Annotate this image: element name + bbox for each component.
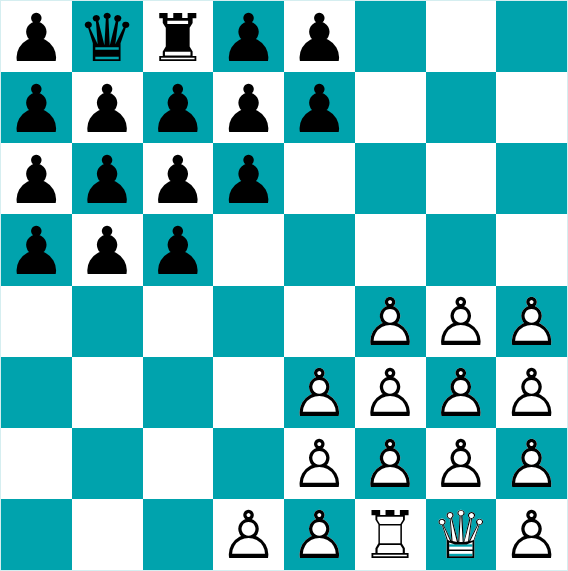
white-rook-icon: ♖: [355, 501, 426, 570]
square-e1[interactable]: ♟♙: [284, 499, 355, 570]
piece-black-pawn: ♟: [1, 214, 72, 285]
white-pawn-icon: ♙: [213, 501, 284, 570]
piece-white-pawn: ♟♙: [496, 428, 567, 499]
black-pawn-icon: ♟: [72, 145, 143, 214]
black-pawn-icon: ♟: [72, 216, 143, 285]
black-pawn-icon: ♟: [284, 3, 355, 72]
white-pawn-icon: ♙: [284, 501, 355, 570]
piece-black-pawn: ♟: [1, 1, 72, 72]
square-h6[interactable]: [496, 143, 567, 214]
white-pawn-icon: ♙: [496, 501, 567, 570]
piece-black-pawn: ♟: [72, 72, 143, 143]
square-f8[interactable]: [355, 1, 426, 72]
square-b6[interactable]: ♟: [72, 143, 143, 214]
black-pawn-icon: ♟: [1, 216, 72, 285]
square-c1[interactable]: [143, 499, 214, 570]
piece-white-pawn: ♟♙: [426, 357, 497, 428]
piece-black-queen: ♛: [72, 1, 143, 72]
piece-white-pawn: ♟♙: [496, 286, 567, 357]
piece-white-pawn: ♟♙: [284, 428, 355, 499]
square-g5[interactable]: [426, 214, 497, 285]
black-pawn-icon: ♟: [143, 216, 214, 285]
square-d4[interactable]: [213, 286, 284, 357]
white-pawn-icon: ♙: [284, 430, 355, 499]
white-pawn-icon: ♙: [355, 288, 426, 357]
chess-board-frame: ♟♛♜♟♟♟♟♟♟♟♟♟♟♟♟♟♟♟♙♟♙♟♙♟♙♟♙♟♙♟♙♟♙♟♙♟♙♟♙♟…: [0, 0, 568, 571]
white-pawn-icon: ♙: [496, 288, 567, 357]
square-d1[interactable]: ♟♙: [213, 499, 284, 570]
piece-white-queen: ♛♕: [426, 499, 497, 570]
square-c2[interactable]: [143, 428, 214, 499]
square-b2[interactable]: [72, 428, 143, 499]
square-g8[interactable]: [426, 1, 497, 72]
square-e2[interactable]: ♟♙: [284, 428, 355, 499]
piece-black-rook: ♜: [143, 1, 214, 72]
square-f2[interactable]: ♟♙: [355, 428, 426, 499]
black-pawn-icon: ♟: [213, 74, 284, 143]
piece-black-pawn: ♟: [143, 214, 214, 285]
piece-white-pawn: ♟♙: [426, 428, 497, 499]
piece-white-pawn: ♟♙: [355, 286, 426, 357]
white-pawn-icon: ♙: [496, 359, 567, 428]
square-b3[interactable]: [72, 357, 143, 428]
black-pawn-icon: ♟: [143, 74, 214, 143]
piece-black-pawn: ♟: [143, 72, 214, 143]
piece-white-rook: ♜♖: [355, 499, 426, 570]
square-h2[interactable]: ♟♙: [496, 428, 567, 499]
white-pawn-icon: ♙: [426, 359, 497, 428]
square-g3[interactable]: ♟♙: [426, 357, 497, 428]
piece-white-pawn: ♟♙: [213, 499, 284, 570]
square-e6[interactable]: [284, 143, 355, 214]
square-g2[interactable]: ♟♙: [426, 428, 497, 499]
piece-black-pawn: ♟: [284, 72, 355, 143]
piece-white-pawn: ♟♙: [496, 357, 567, 428]
black-pawn-icon: ♟: [284, 74, 355, 143]
piece-black-pawn: ♟: [1, 143, 72, 214]
square-e8[interactable]: ♟: [284, 1, 355, 72]
square-h5[interactable]: [496, 214, 567, 285]
white-pawn-icon: ♙: [355, 359, 426, 428]
square-d6[interactable]: ♟: [213, 143, 284, 214]
square-h1[interactable]: ♟♙: [496, 499, 567, 570]
square-a1[interactable]: [1, 499, 72, 570]
square-c4[interactable]: [143, 286, 214, 357]
square-d3[interactable]: [213, 357, 284, 428]
square-a3[interactable]: [1, 357, 72, 428]
square-h7[interactable]: [496, 72, 567, 143]
square-g7[interactable]: [426, 72, 497, 143]
piece-black-pawn: ♟: [72, 143, 143, 214]
square-b5[interactable]: ♟: [72, 214, 143, 285]
square-e7[interactable]: ♟: [284, 72, 355, 143]
square-g6[interactable]: [426, 143, 497, 214]
black-pawn-icon: ♟: [143, 145, 214, 214]
black-pawn-icon: ♟: [1, 3, 72, 72]
square-b7[interactable]: ♟: [72, 72, 143, 143]
piece-black-pawn: ♟: [1, 72, 72, 143]
square-c6[interactable]: ♟: [143, 143, 214, 214]
square-h3[interactable]: ♟♙: [496, 357, 567, 428]
square-d8[interactable]: ♟: [213, 1, 284, 72]
piece-white-pawn: ♟♙: [284, 357, 355, 428]
square-g4[interactable]: ♟♙: [426, 286, 497, 357]
square-f1[interactable]: ♜♖: [355, 499, 426, 570]
square-f3[interactable]: ♟♙: [355, 357, 426, 428]
piece-white-pawn: ♟♙: [355, 357, 426, 428]
white-pawn-icon: ♙: [355, 430, 426, 499]
piece-white-pawn: ♟♙: [284, 499, 355, 570]
square-a4[interactable]: [1, 286, 72, 357]
chess-board: ♟♛♜♟♟♟♟♟♟♟♟♟♟♟♟♟♟♟♙♟♙♟♙♟♙♟♙♟♙♟♙♟♙♟♙♟♙♟♙♟…: [1, 1, 567, 570]
square-a6[interactable]: ♟: [1, 143, 72, 214]
piece-white-pawn: ♟♙: [426, 286, 497, 357]
piece-black-pawn: ♟: [213, 143, 284, 214]
black-pawn-icon: ♟: [213, 145, 284, 214]
square-c7[interactable]: ♟: [143, 72, 214, 143]
square-b4[interactable]: [72, 286, 143, 357]
square-b8[interactable]: ♛: [72, 1, 143, 72]
square-f6[interactable]: [355, 143, 426, 214]
white-pawn-icon: ♙: [426, 430, 497, 499]
square-e4[interactable]: [284, 286, 355, 357]
black-pawn-icon: ♟: [72, 74, 143, 143]
square-f5[interactable]: [355, 214, 426, 285]
piece-black-pawn: ♟: [72, 214, 143, 285]
square-d2[interactable]: [213, 428, 284, 499]
black-rook-icon: ♜: [143, 3, 214, 72]
square-c8[interactable]: ♜: [143, 1, 214, 72]
piece-black-pawn: ♟: [284, 1, 355, 72]
square-b1[interactable]: [72, 499, 143, 570]
square-f7[interactable]: [355, 72, 426, 143]
square-f4[interactable]: ♟♙: [355, 286, 426, 357]
piece-white-pawn: ♟♙: [355, 428, 426, 499]
square-h8[interactable]: [496, 1, 567, 72]
square-h4[interactable]: ♟♙: [496, 286, 567, 357]
square-e3[interactable]: ♟♙: [284, 357, 355, 428]
black-queen-icon: ♛: [72, 3, 143, 72]
white-queen-icon: ♕: [426, 501, 497, 570]
square-e5[interactable]: [284, 214, 355, 285]
square-a2[interactable]: [1, 428, 72, 499]
piece-white-pawn: ♟♙: [496, 499, 567, 570]
piece-black-pawn: ♟: [143, 143, 214, 214]
square-a8[interactable]: ♟: [1, 1, 72, 72]
white-pawn-icon: ♙: [496, 430, 567, 499]
square-d7[interactable]: ♟: [213, 72, 284, 143]
square-c5[interactable]: ♟: [143, 214, 214, 285]
black-pawn-icon: ♟: [1, 145, 72, 214]
square-a7[interactable]: ♟: [1, 72, 72, 143]
white-pawn-icon: ♙: [284, 359, 355, 428]
square-c3[interactable]: [143, 357, 214, 428]
black-pawn-icon: ♟: [1, 74, 72, 143]
piece-black-pawn: ♟: [213, 72, 284, 143]
piece-black-pawn: ♟: [213, 1, 284, 72]
square-d5[interactable]: [213, 214, 284, 285]
black-pawn-icon: ♟: [213, 3, 284, 72]
white-pawn-icon: ♙: [426, 288, 497, 357]
square-a5[interactable]: ♟: [1, 214, 72, 285]
square-g1[interactable]: ♛♕: [426, 499, 497, 570]
